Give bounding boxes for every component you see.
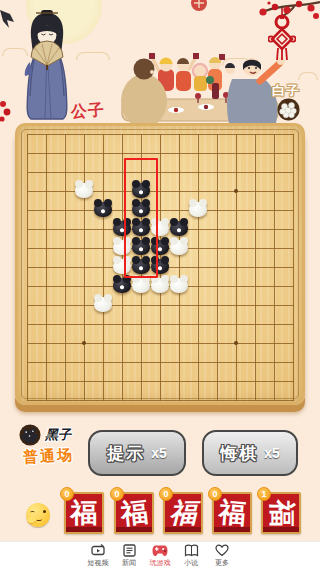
tab-label: 小说 [184,558,198,568]
fu-character: 福 [170,500,197,527]
star-point [82,341,86,345]
news-icon [123,544,136,557]
tab-label: 短视频 [88,558,109,568]
gomoku-game-screen: 公子 [0,0,320,569]
grid-line [198,134,199,401]
stone-white [170,240,188,255]
undo-button-label: 悔棋 [220,442,258,465]
white-stones-bowl [277,98,300,121]
grid-line [27,324,294,325]
stone-white [75,183,93,198]
heart-icon [215,544,229,557]
stone-black [170,221,188,236]
stone-black [94,202,112,217]
fu-card-5[interactable]: 1 福 [261,492,301,534]
smiley-emoji-button[interactable] [26,503,50,527]
game-board[interactable] [15,123,305,405]
dinner-party-illustration [113,53,285,123]
emoji-eye [43,510,46,513]
video-icon [91,544,106,557]
stone-white [94,297,112,312]
tab-label: 更多 [215,558,229,568]
tab-label: 新闻 [122,558,136,568]
board-grid [15,123,305,405]
undo-count: x5 [264,445,280,461]
black-stones-label: 黑子 [45,426,71,444]
undo-button[interactable]: 悔棋 x5 [202,430,298,476]
grid-line [255,134,256,401]
grid-line [217,134,218,401]
fu-card-3[interactable]: 0 福 [163,492,203,534]
bird-silhouette-icon [0,8,16,30]
plum-blossom-left [0,100,12,124]
grid-line [293,134,294,401]
grid-line [27,305,294,306]
tab-short-video[interactable]: 短视频 [84,544,112,568]
black-stones-bowl [19,424,41,446]
fu-card-1-badge: 0 [60,487,74,501]
stone-white [170,278,188,293]
stone-white [151,278,169,293]
winning-line-highlight [124,158,158,278]
grid-line [27,362,294,363]
red-seal-ornament [190,0,208,12]
fu-card-5-badge: 1 [257,487,271,501]
fu-character: 福 [71,500,98,527]
stone-black [113,278,131,293]
tab-novels[interactable]: 小说 [177,544,205,568]
emoji-wink-eye [30,511,35,514]
star-point [234,341,238,345]
fu-character: 福 [268,500,295,527]
fu-card-1[interactable]: 0 福 [64,492,104,534]
left-player-label: 公子 [70,100,105,123]
grid-line [236,134,237,401]
game-mode-label: 普通场 [23,446,75,468]
noble-character-illustration [22,10,72,122]
star-point [234,189,238,193]
fu-character: 福 [119,498,149,528]
grid-line [27,400,294,401]
bottom-tab-bar: 短视频 新闻 玩游戏 [0,541,320,569]
fu-card-2[interactable]: 0 福 [114,492,154,534]
tab-more[interactable]: 更多 [208,544,236,568]
fu-card-4[interactable]: 0 福 [212,492,252,534]
grid-line [27,381,294,382]
tab-news[interactable]: 新闻 [115,544,143,568]
stone-white [189,202,207,217]
tab-play-games[interactable]: 玩游戏 [146,544,174,568]
stone-white [132,278,150,293]
hint-button-label: 提示 [107,442,145,465]
gamepad-icon [152,544,168,557]
hint-count: x5 [151,445,167,461]
grid-line [27,343,294,344]
grid-line [274,134,275,401]
emoji-hand [26,515,38,525]
cloud-line [76,52,110,60]
hint-button[interactable]: 提示 x5 [88,430,186,476]
cloud-line [298,72,318,80]
chinese-knot-ornament [268,8,296,60]
fu-card-3-badge: 0 [159,487,173,501]
fu-character: 福 [217,498,246,527]
book-icon [184,544,199,557]
grid-line [179,134,180,401]
tab-label: 玩游戏 [150,558,171,568]
